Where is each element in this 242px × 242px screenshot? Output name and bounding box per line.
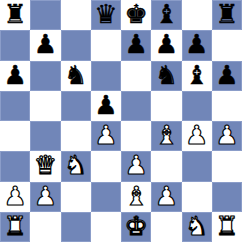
square-e3[interactable]: ♟ [121,151,151,181]
square-c2[interactable] [61,182,91,212]
piece-black-pawn: ♟ [124,29,147,59]
square-f6[interactable]: ♞ [151,61,181,91]
square-c1[interactable] [61,212,91,242]
square-b4[interactable] [30,121,60,151]
square-b3[interactable]: ♛ [30,151,60,181]
square-d5[interactable]: ♟ [91,91,121,121]
square-h6[interactable]: ♟ [212,61,242,91]
piece-black-knight: ♞ [155,60,178,90]
square-c7[interactable] [61,30,91,60]
square-e6[interactable] [121,61,151,91]
square-a4[interactable] [0,121,30,151]
square-e4[interactable] [121,121,151,151]
square-g5[interactable] [182,91,212,121]
piece-white-knight: ♞ [64,150,87,180]
piece-black-knight: ♞ [64,60,87,90]
square-a7[interactable] [0,30,30,60]
square-d6[interactable] [91,61,121,91]
piece-black-rook: ♜ [215,0,238,29]
square-f3[interactable] [151,151,181,181]
piece-white-knight: ♞ [185,211,208,241]
piece-black-bishop: ♝ [155,0,178,29]
piece-white-pawn: ♟ [185,120,208,150]
square-h1[interactable]: ♜ [212,212,242,242]
square-h5[interactable] [212,91,242,121]
square-h8[interactable]: ♜ [212,0,242,30]
square-e5[interactable] [121,91,151,121]
square-g7[interactable]: ♟ [182,30,212,60]
square-a3[interactable] [0,151,30,181]
square-e2[interactable]: ♝ [121,182,151,212]
square-g6[interactable]: ♝ [182,61,212,91]
square-f8[interactable]: ♝ [151,0,181,30]
square-b1[interactable] [30,212,60,242]
piece-white-queen: ♛ [34,150,57,180]
square-b8[interactable] [30,0,60,30]
square-b5[interactable] [30,91,60,121]
square-a5[interactable] [0,91,30,121]
square-d2[interactable] [91,182,121,212]
square-d7[interactable] [91,30,121,60]
square-h3[interactable] [212,151,242,181]
square-b7[interactable]: ♟ [30,30,60,60]
square-h7[interactable] [212,30,242,60]
square-g3[interactable] [182,151,212,181]
square-d8[interactable]: ♛ [91,0,121,30]
square-c8[interactable] [61,0,91,30]
square-b2[interactable]: ♟ [30,182,60,212]
square-e7[interactable]: ♟ [121,30,151,60]
square-f5[interactable] [151,91,181,121]
piece-white-bishop: ♝ [124,181,147,211]
square-f4[interactable]: ♝ [151,121,181,151]
square-c5[interactable] [61,91,91,121]
piece-black-bishop: ♝ [185,60,208,90]
square-b6[interactable] [30,61,60,91]
square-h4[interactable]: ♟ [212,121,242,151]
piece-white-pawn: ♟ [124,150,147,180]
square-c6[interactable]: ♞ [61,61,91,91]
piece-white-pawn: ♟ [34,181,57,211]
square-a2[interactable]: ♟ [0,182,30,212]
square-f7[interactable]: ♟ [151,30,181,60]
square-g4[interactable]: ♟ [182,121,212,151]
square-g1[interactable]: ♞ [182,212,212,242]
piece-black-rook: ♜ [3,0,26,29]
square-f1[interactable] [151,212,181,242]
square-a1[interactable]: ♜ [0,212,30,242]
piece-black-king: ♚ [124,0,147,29]
piece-black-queen: ♛ [94,0,117,29]
square-h2[interactable] [212,182,242,212]
square-d4[interactable]: ♟ [91,121,121,151]
piece-black-pawn: ♟ [155,29,178,59]
square-f2[interactable]: ♟ [151,182,181,212]
piece-white-pawn: ♟ [215,120,238,150]
piece-white-pawn: ♟ [94,120,117,150]
piece-white-pawn: ♟ [3,181,26,211]
piece-white-bishop: ♝ [155,120,178,150]
piece-black-pawn: ♟ [3,60,26,90]
piece-black-pawn: ♟ [94,90,117,120]
piece-white-rook: ♜ [215,211,238,241]
piece-black-pawn: ♟ [185,29,208,59]
square-a8[interactable]: ♜ [0,0,30,30]
square-g8[interactable] [182,0,212,30]
square-e8[interactable]: ♚ [121,0,151,30]
piece-white-pawn: ♟ [155,181,178,211]
square-c3[interactable]: ♞ [61,151,91,181]
square-a6[interactable]: ♟ [0,61,30,91]
square-g2[interactable] [182,182,212,212]
chess-board: ♜♛♚♝♜♟♟♟♟♟♞♞♝♟♟♟♝♟♟♛♞♟♟♟♝♟♜♚♞♜ [0,0,242,242]
square-d3[interactable] [91,151,121,181]
square-c4[interactable] [61,121,91,151]
square-e1[interactable]: ♚ [121,212,151,242]
piece-black-pawn: ♟ [34,29,57,59]
piece-white-king: ♚ [124,211,147,241]
piece-white-rook: ♜ [3,211,26,241]
square-d1[interactable] [91,212,121,242]
piece-black-pawn: ♟ [215,60,238,90]
